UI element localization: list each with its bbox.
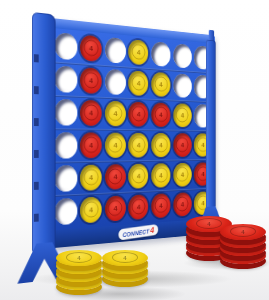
- red-disc: 4: [80, 67, 102, 94]
- red-disc: 4: [105, 164, 126, 190]
- empty-slot: [54, 132, 77, 158]
- board-cell: 4: [79, 193, 104, 227]
- yellow-coin: 4: [56, 250, 102, 266]
- yellow-disc: 4: [151, 163, 170, 188]
- disc-4-emblem: 4: [84, 104, 99, 121]
- disc-4-emblem: 4: [154, 137, 167, 152]
- empty-slot: [54, 65, 77, 92]
- red-disc: 4: [173, 133, 191, 157]
- yellow-disc: 4: [80, 196, 102, 223]
- yellow-coin-tray: 44: [56, 240, 184, 296]
- disc-4-emblem: 4: [108, 168, 122, 184]
- board-cell: 4: [103, 160, 127, 192]
- disc-4-emblem: 4: [132, 168, 146, 184]
- board-cell: 4: [172, 159, 193, 189]
- board-cell: [53, 61, 79, 95]
- board-cell: [172, 70, 193, 101]
- red-disc: 4: [129, 101, 149, 126]
- disc-4-emblem: 4: [154, 107, 167, 122]
- yellow-disc: 4: [129, 39, 149, 65]
- board-cell: [53, 95, 79, 129]
- board-cell: 4: [150, 129, 172, 160]
- empty-slot: [54, 32, 77, 60]
- disc-4-emblem: 4: [66, 252, 92, 263]
- red-disc: 4: [151, 102, 170, 127]
- disc-4-emblem: 4: [84, 137, 99, 153]
- yellow-disc: 4: [80, 164, 102, 190]
- disc-4-emblem: 4: [84, 39, 99, 56]
- disc-4-emblem: 4: [230, 226, 256, 237]
- empty-slot: [173, 43, 191, 68]
- red-disc: 4: [129, 194, 149, 220]
- post-notches: [34, 30, 39, 238]
- board-cell: 4: [150, 99, 172, 130]
- empty-slot: [54, 98, 77, 125]
- empty-slot: [151, 41, 170, 67]
- disc-4-emblem: 4: [132, 44, 146, 61]
- board-cell: [53, 28, 79, 63]
- red-disc: 4: [151, 193, 170, 218]
- board-cell: 4: [150, 190, 172, 222]
- disc-4-emblem: 4: [132, 137, 146, 153]
- yellow-disc: 4: [129, 70, 149, 96]
- yellow-disc: 4: [105, 100, 126, 126]
- empty-slot: [173, 73, 191, 98]
- disc-4-emblem: 4: [154, 76, 167, 92]
- yellow-disc: 4: [173, 103, 191, 127]
- disc-4-emblem: 4: [176, 167, 188, 182]
- board-cell: 4: [79, 129, 104, 162]
- disc-4-emblem: 4: [132, 75, 146, 91]
- board-cell: [53, 194, 79, 229]
- board-cell: 4: [103, 97, 127, 129]
- board-cell: [172, 40, 193, 71]
- disc-4-emblem: 4: [132, 106, 146, 122]
- yellow-disc: 4: [105, 132, 126, 157]
- board-cell: [53, 128, 79, 161]
- yellow-coin: 4: [102, 250, 148, 266]
- board-cell: [150, 38, 172, 70]
- board-cell: 4: [103, 192, 127, 225]
- disc-4-emblem: 4: [112, 252, 138, 263]
- disc-4-emblem: 4: [84, 201, 99, 218]
- board-cell: 4: [150, 68, 172, 100]
- red-disc: 4: [80, 99, 102, 125]
- board-cell: 4: [127, 191, 150, 223]
- disc-4-emblem: 4: [176, 107, 188, 122]
- disc-4-emblem: 4: [154, 167, 167, 183]
- disc-4-emblem: 4: [84, 169, 99, 186]
- board-cell: 4: [127, 67, 150, 99]
- yellow-disc: 4: [129, 132, 149, 157]
- empty-slot: [105, 68, 126, 94]
- yellow-disc-stack: 4: [56, 240, 104, 296]
- board-cell: 4: [79, 31, 104, 65]
- board-cell: [53, 161, 79, 195]
- yellow-disc: 4: [129, 163, 149, 188]
- empty-slot: [54, 165, 77, 192]
- red-disc: 4: [80, 34, 102, 61]
- board-cell: 4: [79, 161, 104, 194]
- disc-4-emblem: 4: [108, 200, 122, 217]
- logo-text-4: 4: [150, 225, 154, 234]
- right-post: [206, 40, 216, 214]
- disc-4-emblem: 4: [108, 137, 122, 153]
- board-cell: 4: [79, 96, 104, 129]
- board-cell: 4: [127, 98, 150, 130]
- red-coin: 4: [220, 224, 266, 240]
- red-disc-stack: 4: [220, 218, 268, 270]
- disc-4-emblem: 4: [154, 197, 167, 213]
- product-photo: 4444444444444444444444444444 CONNECT 4 4…: [0, 0, 269, 300]
- yellow-disc: 4: [173, 162, 191, 186]
- disc-4-emblem: 4: [84, 72, 99, 89]
- board-cell: 4: [127, 129, 150, 160]
- empty-slot: [105, 36, 126, 63]
- yellow-disc: 4: [151, 71, 170, 96]
- board-cell: 4: [172, 100, 193, 130]
- board-cell: [103, 65, 127, 98]
- disc-4-emblem: 4: [196, 218, 222, 229]
- red-disc: 4: [80, 132, 102, 158]
- empty-slot: [54, 197, 77, 225]
- red-coin-tray: 44: [186, 218, 269, 270]
- red-disc: 4: [105, 195, 126, 221]
- yellow-disc-stack: 4: [102, 232, 150, 288]
- board-cell: 4: [103, 129, 127, 161]
- board-cell: 4: [150, 160, 172, 191]
- disc-4-emblem: 4: [132, 199, 146, 215]
- board-cell: [103, 33, 127, 67]
- board-cell: 4: [127, 160, 150, 192]
- board-cell: 4: [79, 63, 104, 97]
- board-cell: 4: [127, 35, 150, 68]
- left-post: [32, 12, 56, 252]
- yellow-disc: 4: [151, 133, 170, 157]
- board-cell: 4: [172, 130, 193, 160]
- disc-4-emblem: 4: [108, 105, 122, 121]
- disc-4-emblem: 4: [176, 137, 188, 152]
